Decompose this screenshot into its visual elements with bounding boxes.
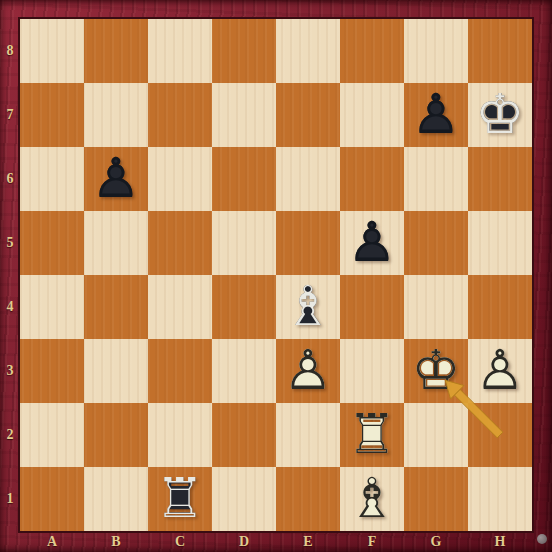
- piece-bP-b6[interactable]: ♟♙: [84, 147, 148, 211]
- square-a3[interactable]: [20, 339, 84, 403]
- piece-bK-h7[interactable]: ♚♔: [468, 83, 532, 147]
- square-g2[interactable]: [404, 403, 468, 467]
- square-a2[interactable]: [20, 403, 84, 467]
- piece-wP-e3[interactable]: ♟♙: [276, 339, 340, 403]
- square-c5[interactable]: [148, 211, 212, 275]
- piece-bR-c1[interactable]: ♜♖: [148, 467, 212, 531]
- square-e8[interactable]: [276, 19, 340, 83]
- square-b3[interactable]: [84, 339, 148, 403]
- piece-bP-g7[interactable]: ♟♙: [404, 83, 468, 147]
- square-h7[interactable]: ♚♔: [468, 83, 532, 147]
- rank-label-1: 1: [0, 467, 20, 531]
- square-g5[interactable]: [404, 211, 468, 275]
- square-a4[interactable]: [20, 275, 84, 339]
- square-a8[interactable]: [20, 19, 84, 83]
- file-label-b: B: [84, 531, 148, 552]
- square-h1[interactable]: [468, 467, 532, 531]
- square-e1[interactable]: [276, 467, 340, 531]
- square-b6[interactable]: ♟♙: [84, 147, 148, 211]
- corner-dot: [537, 534, 547, 544]
- square-d5[interactable]: [212, 211, 276, 275]
- square-h8[interactable]: [468, 19, 532, 83]
- square-h5[interactable]: [468, 211, 532, 275]
- square-a1[interactable]: [20, 467, 84, 531]
- square-b2[interactable]: [84, 403, 148, 467]
- square-e5[interactable]: [276, 211, 340, 275]
- piece-wK-g3[interactable]: ♚♔: [404, 339, 468, 403]
- square-c6[interactable]: [148, 147, 212, 211]
- square-g4[interactable]: [404, 275, 468, 339]
- rank-label-5: 5: [0, 211, 20, 275]
- square-c7[interactable]: [148, 83, 212, 147]
- square-b4[interactable]: [84, 275, 148, 339]
- square-g3[interactable]: ♚♔: [404, 339, 468, 403]
- piece-wR-f2[interactable]: ♜♖: [340, 403, 404, 467]
- rank-label-2: 2: [0, 403, 20, 467]
- square-d3[interactable]: [212, 339, 276, 403]
- file-label-d: D: [212, 531, 276, 552]
- square-h3[interactable]: ♟♙: [468, 339, 532, 403]
- square-f7[interactable]: [340, 83, 404, 147]
- square-b5[interactable]: [84, 211, 148, 275]
- square-e4[interactable]: ♝♗: [276, 275, 340, 339]
- square-c3[interactable]: [148, 339, 212, 403]
- square-b1[interactable]: [84, 467, 148, 531]
- file-label-f: F: [340, 531, 404, 552]
- square-a6[interactable]: [20, 147, 84, 211]
- square-g8[interactable]: [404, 19, 468, 83]
- square-d7[interactable]: [212, 83, 276, 147]
- file-label-a: A: [20, 531, 84, 552]
- square-h2[interactable]: [468, 403, 532, 467]
- piece-bB-e4[interactable]: ♝♗: [276, 275, 340, 339]
- square-f5[interactable]: ♟♙: [340, 211, 404, 275]
- square-f8[interactable]: [340, 19, 404, 83]
- file-label-e: E: [276, 531, 340, 552]
- rank-label-8: 8: [0, 19, 20, 83]
- square-c4[interactable]: [148, 275, 212, 339]
- rank-label-4: 4: [0, 275, 20, 339]
- square-c1[interactable]: ♜♖: [148, 467, 212, 531]
- file-label-h: H: [468, 531, 532, 552]
- piece-wP-h3[interactable]: ♟♙: [468, 339, 532, 403]
- square-a7[interactable]: [20, 83, 84, 147]
- square-b8[interactable]: [84, 19, 148, 83]
- square-h4[interactable]: [468, 275, 532, 339]
- square-d6[interactable]: [212, 147, 276, 211]
- square-g7[interactable]: ♟♙: [404, 83, 468, 147]
- square-f6[interactable]: [340, 147, 404, 211]
- square-c2[interactable]: [148, 403, 212, 467]
- square-e7[interactable]: [276, 83, 340, 147]
- square-d4[interactable]: [212, 275, 276, 339]
- square-b7[interactable]: [84, 83, 148, 147]
- piece-wB-f1[interactable]: ♝♗: [340, 467, 404, 531]
- chess-board-frame: ♟♙♚♔♟♙♟♙♝♗♟♙♚♔♟♙♜♖♜♖♝♗ 87654321ABCDEFGH: [0, 0, 552, 552]
- rank-label-3: 3: [0, 339, 20, 403]
- square-e3[interactable]: ♟♙: [276, 339, 340, 403]
- square-d8[interactable]: [212, 19, 276, 83]
- square-e2[interactable]: [276, 403, 340, 467]
- square-f1[interactable]: ♝♗: [340, 467, 404, 531]
- square-g6[interactable]: [404, 147, 468, 211]
- square-f2[interactable]: ♜♖: [340, 403, 404, 467]
- rank-label-7: 7: [0, 83, 20, 147]
- rank-label-6: 6: [0, 147, 20, 211]
- square-a5[interactable]: [20, 211, 84, 275]
- square-f3[interactable]: [340, 339, 404, 403]
- square-d2[interactable]: [212, 403, 276, 467]
- square-g1[interactable]: [404, 467, 468, 531]
- file-label-c: C: [148, 531, 212, 552]
- square-d1[interactable]: [212, 467, 276, 531]
- square-f4[interactable]: [340, 275, 404, 339]
- square-h6[interactable]: [468, 147, 532, 211]
- chess-board: ♟♙♚♔♟♙♟♙♝♗♟♙♚♔♟♙♜♖♜♖♝♗: [20, 19, 532, 531]
- square-c8[interactable]: [148, 19, 212, 83]
- file-label-g: G: [404, 531, 468, 552]
- square-e6[interactable]: [276, 147, 340, 211]
- piece-bP-f5[interactable]: ♟♙: [340, 211, 404, 275]
